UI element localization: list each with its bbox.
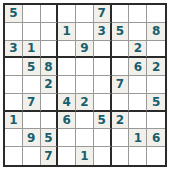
sudoku-cell-r7c3[interactable] — [41, 112, 59, 130]
sudoku-cell-r4c1[interactable] — [5, 58, 23, 76]
sudoku-cell-r4c3: 8 — [41, 58, 59, 76]
sudoku-cell-r9c3: 7 — [41, 147, 59, 165]
sudoku-page: 571358319258622774251652951671 — [0, 0, 170, 170]
sudoku-cell-r9c1[interactable] — [5, 147, 23, 165]
sudoku-board: 571358319258622774251652951671 — [3, 3, 167, 167]
sudoku-cell-r9c8[interactable] — [129, 147, 147, 165]
sudoku-cell-r8c6[interactable] — [94, 129, 112, 147]
sudoku-cell-r3c1: 3 — [5, 41, 23, 59]
sudoku-cell-r8c5[interactable] — [76, 129, 94, 147]
sudoku-cell-r4c7[interactable] — [112, 58, 130, 76]
sudoku-cell-r7c4: 6 — [58, 112, 76, 130]
sudoku-cell-r7c6: 5 — [94, 112, 112, 130]
sudoku-cell-r5c9[interactable] — [147, 76, 165, 94]
sudoku-cell-r5c1[interactable] — [5, 76, 23, 94]
sudoku-cell-r3c4[interactable] — [58, 41, 76, 59]
sudoku-cell-r2c5[interactable] — [76, 23, 94, 41]
sudoku-cell-r7c8[interactable] — [129, 112, 147, 130]
sudoku-cell-r5c4[interactable] — [58, 76, 76, 94]
sudoku-cell-r6c6[interactable] — [94, 94, 112, 112]
sudoku-cell-r3c6[interactable] — [94, 41, 112, 59]
sudoku-cell-r6c4: 4 — [58, 94, 76, 112]
sudoku-cell-r1c1: 5 — [5, 5, 23, 23]
sudoku-cell-r8c8: 1 — [129, 129, 147, 147]
sudoku-cell-r4c5[interactable] — [76, 58, 94, 76]
sudoku-cell-r7c1: 1 — [5, 112, 23, 130]
sudoku-cell-r6c1[interactable] — [5, 94, 23, 112]
sudoku-cell-r1c9[interactable] — [147, 5, 165, 23]
sudoku-cell-r9c4[interactable] — [58, 147, 76, 165]
sudoku-cell-r5c6[interactable] — [94, 76, 112, 94]
sudoku-cell-r2c6: 3 — [94, 23, 112, 41]
sudoku-cell-r1c2[interactable] — [23, 5, 41, 23]
sudoku-cell-r4c2: 5 — [23, 58, 41, 76]
sudoku-cell-r1c5[interactable] — [76, 5, 94, 23]
sudoku-cell-r9c5: 1 — [76, 147, 94, 165]
sudoku-cell-r5c7: 7 — [112, 76, 130, 94]
sudoku-cell-r7c7: 2 — [112, 112, 130, 130]
sudoku-cell-r7c5[interactable] — [76, 112, 94, 130]
sudoku-cell-r2c7: 5 — [112, 23, 130, 41]
sudoku-cell-r1c3[interactable] — [41, 5, 59, 23]
sudoku-cell-r2c2[interactable] — [23, 23, 41, 41]
sudoku-cell-r1c6: 7 — [94, 5, 112, 23]
sudoku-cell-r4c4[interactable] — [58, 58, 76, 76]
sudoku-cell-r3c3[interactable] — [41, 41, 59, 59]
sudoku-cell-r2c3[interactable] — [41, 23, 59, 41]
sudoku-cell-r7c9[interactable] — [147, 112, 165, 130]
sudoku-cell-r1c4[interactable] — [58, 5, 76, 23]
sudoku-cell-r5c8[interactable] — [129, 76, 147, 94]
sudoku-cell-r3c7[interactable] — [112, 41, 130, 59]
sudoku-cell-r9c2[interactable] — [23, 147, 41, 165]
sudoku-cell-r1c7[interactable] — [112, 5, 130, 23]
sudoku-cell-r8c3: 5 — [41, 129, 59, 147]
sudoku-cell-r5c3: 2 — [41, 76, 59, 94]
sudoku-cell-r8c2: 9 — [23, 129, 41, 147]
sudoku-cell-r3c5: 9 — [76, 41, 94, 59]
sudoku-cell-r3c8: 2 — [129, 41, 147, 59]
sudoku-cell-r2c4: 1 — [58, 23, 76, 41]
sudoku-cell-r9c7[interactable] — [112, 147, 130, 165]
sudoku-cell-r8c7[interactable] — [112, 129, 130, 147]
sudoku-cell-r8c4[interactable] — [58, 129, 76, 147]
sudoku-cell-r3c2: 1 — [23, 41, 41, 59]
sudoku-cell-r6c9: 5 — [147, 94, 165, 112]
sudoku-cell-r5c2[interactable] — [23, 76, 41, 94]
sudoku-cell-r4c8: 6 — [129, 58, 147, 76]
sudoku-cell-r6c8[interactable] — [129, 94, 147, 112]
sudoku-cell-r6c3[interactable] — [41, 94, 59, 112]
sudoku-cell-r8c1[interactable] — [5, 129, 23, 147]
sudoku-cell-r4c6[interactable] — [94, 58, 112, 76]
sudoku-cell-r3c9[interactable] — [147, 41, 165, 59]
sudoku-cell-r2c9: 8 — [147, 23, 165, 41]
sudoku-cell-r6c5: 2 — [76, 94, 94, 112]
sudoku-cell-r5c5[interactable] — [76, 76, 94, 94]
sudoku-cell-r7c2[interactable] — [23, 112, 41, 130]
sudoku-cell-r9c9[interactable] — [147, 147, 165, 165]
sudoku-cell-r2c8[interactable] — [129, 23, 147, 41]
sudoku-cell-r6c7[interactable] — [112, 94, 130, 112]
sudoku-cell-r8c9: 6 — [147, 129, 165, 147]
sudoku-cell-r2c1[interactable] — [5, 23, 23, 41]
sudoku-cell-r6c2: 7 — [23, 94, 41, 112]
sudoku-cell-r1c8[interactable] — [129, 5, 147, 23]
sudoku-cell-r4c9: 2 — [147, 58, 165, 76]
sudoku-cell-r9c6[interactable] — [94, 147, 112, 165]
